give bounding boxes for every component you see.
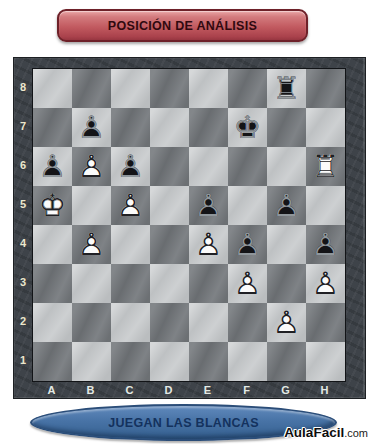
black-pawn: ♟♙ — [228, 225, 267, 264]
square-d2 — [150, 303, 189, 342]
rank-label-1: 1 — [14, 341, 32, 380]
white-pawn: ♟♙ — [189, 225, 228, 264]
file-label-c: C — [110, 381, 149, 399]
square-a1 — [33, 342, 72, 381]
rank-label-3: 3 — [14, 263, 32, 302]
square-c3 — [111, 264, 150, 303]
watermark: AulaFacil.com — [284, 423, 368, 441]
square-c2 — [111, 303, 150, 342]
board-grid: ♜♖♟♙♚♔♟♙♟♙♟♙♜♖♚♔♟♙♟♙♟♙♟♙♟♙♟♙♟♙♟♙♟♙♟♙ — [32, 68, 346, 382]
square-d5 — [150, 186, 189, 225]
title-banner: POSICIÓN DE ANÁLISIS — [57, 9, 308, 42]
white-rook: ♜♖ — [306, 147, 345, 186]
square-h8 — [306, 69, 345, 108]
square-a2 — [33, 303, 72, 342]
white-pawn: ♟♙ — [72, 225, 111, 264]
square-d6 — [150, 147, 189, 186]
black-pawn: ♟♙ — [72, 108, 111, 147]
square-c5: ♟♙ — [111, 186, 150, 225]
square-b6: ♟♙ — [72, 147, 111, 186]
square-e1 — [189, 342, 228, 381]
white-pawn: ♟♙ — [306, 264, 345, 303]
rank-label-8: 8 — [14, 68, 32, 107]
square-f6 — [228, 147, 267, 186]
square-a6: ♟♙ — [33, 147, 72, 186]
rank-label-5: 5 — [14, 185, 32, 224]
square-g7 — [267, 108, 306, 147]
file-label-h: H — [305, 381, 344, 399]
turn-banner-label: JUEGAN LAS BLANCAS — [108, 416, 259, 430]
white-pawn: ♟♙ — [267, 303, 306, 342]
square-e4: ♟♙ — [189, 225, 228, 264]
file-label-g: G — [266, 381, 305, 399]
square-f2 — [228, 303, 267, 342]
square-h4: ♟♙ — [306, 225, 345, 264]
file-label-f: F — [227, 381, 266, 399]
black-pawn: ♟♙ — [33, 147, 72, 186]
square-g3 — [267, 264, 306, 303]
file-label-b: B — [71, 381, 110, 399]
watermark-name: AulaFacil — [284, 425, 344, 440]
square-d1 — [150, 342, 189, 381]
black-pawn: ♟♙ — [306, 225, 345, 264]
square-b2 — [72, 303, 111, 342]
square-a4 — [33, 225, 72, 264]
rank-label-6: 6 — [14, 146, 32, 185]
square-b3 — [72, 264, 111, 303]
watermark-suffix: .com — [344, 427, 368, 439]
square-c8 — [111, 69, 150, 108]
rank-label-7: 7 — [14, 107, 32, 146]
white-king: ♚♔ — [33, 186, 72, 225]
white-pawn: ♟♙ — [228, 264, 267, 303]
black-pawn: ♟♙ — [111, 147, 150, 186]
square-g5: ♟♙ — [267, 186, 306, 225]
square-b8 — [72, 69, 111, 108]
square-c1 — [111, 342, 150, 381]
square-b4: ♟♙ — [72, 225, 111, 264]
square-c4 — [111, 225, 150, 264]
square-b1 — [72, 342, 111, 381]
square-g1 — [267, 342, 306, 381]
square-f1 — [228, 342, 267, 381]
chess-board-frame: ♜♖♟♙♚♔♟♙♟♙♟♙♜♖♚♔♟♙♟♙♟♙♟♙♟♙♟♙♟♙♟♙♟♙♟♙ 876… — [13, 57, 366, 399]
square-f4: ♟♙ — [228, 225, 267, 264]
black-pawn: ♟♙ — [189, 186, 228, 225]
analysis-diagram: POSICIÓN DE ANÁLISIS ♜♖♟♙♚♔♟♙♟♙♟♙♜♖♚♔♟♙♟… — [0, 0, 371, 444]
square-h2 — [306, 303, 345, 342]
square-g8: ♜♖ — [267, 69, 306, 108]
file-label-d: D — [149, 381, 188, 399]
square-d3 — [150, 264, 189, 303]
file-label-a: A — [32, 381, 71, 399]
black-rook: ♜♖ — [267, 69, 306, 108]
square-f8 — [228, 69, 267, 108]
square-f7: ♚♔ — [228, 108, 267, 147]
square-h6: ♜♖ — [306, 147, 345, 186]
square-h1 — [306, 342, 345, 381]
square-g4 — [267, 225, 306, 264]
square-a5: ♚♔ — [33, 186, 72, 225]
square-f5 — [228, 186, 267, 225]
file-label-e: E — [188, 381, 227, 399]
square-b5 — [72, 186, 111, 225]
square-f3: ♟♙ — [228, 264, 267, 303]
square-e7 — [189, 108, 228, 147]
square-c6: ♟♙ — [111, 147, 150, 186]
square-e8 — [189, 69, 228, 108]
square-e2 — [189, 303, 228, 342]
square-g2: ♟♙ — [267, 303, 306, 342]
rank-label-4: 4 — [14, 224, 32, 263]
square-h5 — [306, 186, 345, 225]
rank-label-2: 2 — [14, 302, 32, 341]
square-d7 — [150, 108, 189, 147]
black-king: ♚♔ — [228, 108, 267, 147]
square-a8 — [33, 69, 72, 108]
square-b7: ♟♙ — [72, 108, 111, 147]
square-h3: ♟♙ — [306, 264, 345, 303]
square-e5: ♟♙ — [189, 186, 228, 225]
title-banner-label: POSICIÓN DE ANÁLISIS — [108, 19, 257, 33]
white-pawn: ♟♙ — [111, 186, 150, 225]
square-g6 — [267, 147, 306, 186]
square-e3 — [189, 264, 228, 303]
square-a7 — [33, 108, 72, 147]
square-h7 — [306, 108, 345, 147]
square-d8 — [150, 69, 189, 108]
square-d4 — [150, 225, 189, 264]
square-c7 — [111, 108, 150, 147]
square-e6 — [189, 147, 228, 186]
square-a3 — [33, 264, 72, 303]
black-pawn: ♟♙ — [267, 186, 306, 225]
white-pawn: ♟♙ — [72, 147, 111, 186]
